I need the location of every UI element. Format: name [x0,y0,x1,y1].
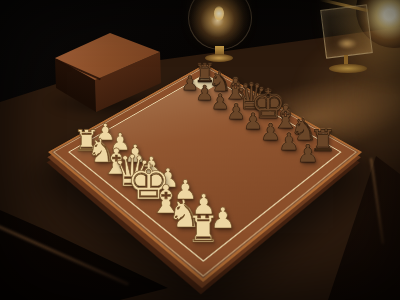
lamp-case-base [329,64,367,73]
lamp-flame-icon [214,6,224,21]
chess-scene: ♜♞♝♛♚♝♞♜♟♟♟♟♟♟♟♟♟♟♟♟♟♟♟♟♜♞♝♛♚♝♞♜ [0,0,400,300]
lamp-glass-case [320,4,373,58]
piece-white-rook[interactable]: ♜ [187,212,220,249]
lamp-case-glow [337,38,357,49]
piece-black-pawn[interactable]: ♟ [297,142,319,167]
